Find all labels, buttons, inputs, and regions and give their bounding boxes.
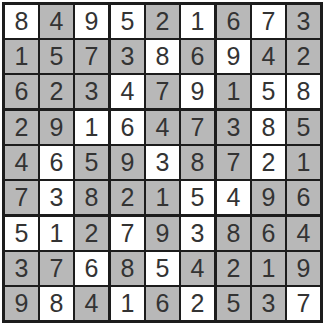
cell-r8c2[interactable]: 7 bbox=[40, 252, 75, 287]
cell-r2c1[interactable]: 1 bbox=[5, 40, 40, 75]
cell-r9c9[interactable]: 7 bbox=[287, 287, 320, 320]
cell-r5c3[interactable]: 5 bbox=[75, 146, 111, 181]
cell-r6c4[interactable]: 2 bbox=[111, 181, 146, 217]
cell-r7c7[interactable]: 8 bbox=[217, 217, 252, 252]
cell-r6c2[interactable]: 3 bbox=[40, 181, 75, 217]
cell-r7c5[interactable]: 9 bbox=[146, 217, 181, 252]
cell-r4c5[interactable]: 4 bbox=[146, 111, 181, 146]
cell-r8c6[interactable]: 4 bbox=[181, 252, 217, 287]
cell-r5c4[interactable]: 9 bbox=[111, 146, 146, 181]
cell-r9c1[interactable]: 9 bbox=[5, 287, 40, 320]
cell-r5c1[interactable]: 4 bbox=[5, 146, 40, 181]
cell-r3c6[interactable]: 9 bbox=[181, 75, 217, 111]
cell-r6c8[interactable]: 9 bbox=[252, 181, 287, 217]
cell-r6c6[interactable]: 5 bbox=[181, 181, 217, 217]
cell-r1c3[interactable]: 9 bbox=[75, 5, 111, 40]
cell-r1c5[interactable]: 2 bbox=[146, 5, 181, 40]
cell-r5c2[interactable]: 6 bbox=[40, 146, 75, 181]
cell-r3c5[interactable]: 7 bbox=[146, 75, 181, 111]
cell-r5c7[interactable]: 7 bbox=[217, 146, 252, 181]
cell-r9c8[interactable]: 3 bbox=[252, 287, 287, 320]
cell-r1c2[interactable]: 4 bbox=[40, 5, 75, 40]
cell-r7c2[interactable]: 1 bbox=[40, 217, 75, 252]
cell-r8c4[interactable]: 8 bbox=[111, 252, 146, 287]
cell-r2c8[interactable]: 4 bbox=[252, 40, 287, 75]
cell-r2c2[interactable]: 5 bbox=[40, 40, 75, 75]
cell-r9c7[interactable]: 5 bbox=[217, 287, 252, 320]
cell-r8c9[interactable]: 9 bbox=[287, 252, 320, 287]
cell-r3c2[interactable]: 2 bbox=[40, 75, 75, 111]
cell-r1c9[interactable]: 3 bbox=[287, 5, 320, 40]
cell-r8c8[interactable]: 1 bbox=[252, 252, 287, 287]
cell-r1c6[interactable]: 1 bbox=[181, 5, 217, 40]
cell-r7c1[interactable]: 5 bbox=[5, 217, 40, 252]
cell-r2c6[interactable]: 6 bbox=[181, 40, 217, 75]
cell-r3c3[interactable]: 3 bbox=[75, 75, 111, 111]
cell-r9c3[interactable]: 4 bbox=[75, 287, 111, 320]
cell-r5c6[interactable]: 8 bbox=[181, 146, 217, 181]
cell-r6c7[interactable]: 4 bbox=[217, 181, 252, 217]
cell-r7c4[interactable]: 7 bbox=[111, 217, 146, 252]
cell-r6c1[interactable]: 7 bbox=[5, 181, 40, 217]
cell-r5c9[interactable]: 1 bbox=[287, 146, 320, 181]
cell-r8c5[interactable]: 5 bbox=[146, 252, 181, 287]
cell-r8c7[interactable]: 2 bbox=[217, 252, 252, 287]
cell-r1c1[interactable]: 8 bbox=[5, 5, 40, 40]
cell-r3c1[interactable]: 6 bbox=[5, 75, 40, 111]
cell-r4c8[interactable]: 8 bbox=[252, 111, 287, 146]
cell-r4c6[interactable]: 7 bbox=[181, 111, 217, 146]
cell-r5c8[interactable]: 2 bbox=[252, 146, 287, 181]
cell-r9c4[interactable]: 1 bbox=[111, 287, 146, 320]
cell-r7c6[interactable]: 3 bbox=[181, 217, 217, 252]
cell-r1c8[interactable]: 7 bbox=[252, 5, 287, 40]
cell-r8c3[interactable]: 6 bbox=[75, 252, 111, 287]
cell-r2c5[interactable]: 8 bbox=[146, 40, 181, 75]
cell-r4c4[interactable]: 6 bbox=[111, 111, 146, 146]
cell-r2c3[interactable]: 7 bbox=[75, 40, 111, 75]
cell-r7c3[interactable]: 2 bbox=[75, 217, 111, 252]
cell-r2c4[interactable]: 3 bbox=[111, 40, 146, 75]
cell-r4c9[interactable]: 5 bbox=[287, 111, 320, 146]
cell-r1c4[interactable]: 5 bbox=[111, 5, 146, 40]
cell-r4c1[interactable]: 2 bbox=[5, 111, 40, 146]
cell-r3c7[interactable]: 1 bbox=[217, 75, 252, 111]
cell-r9c6[interactable]: 2 bbox=[181, 287, 217, 320]
sudoku-board: 8495216731573869426234791582916473854659… bbox=[2, 2, 323, 323]
cell-r4c2[interactable]: 9 bbox=[40, 111, 75, 146]
cell-r1c7[interactable]: 6 bbox=[217, 5, 252, 40]
cell-r5c5[interactable]: 3 bbox=[146, 146, 181, 181]
cell-r6c5[interactable]: 1 bbox=[146, 181, 181, 217]
cell-r3c9[interactable]: 8 bbox=[287, 75, 320, 111]
cell-r2c7[interactable]: 9 bbox=[217, 40, 252, 75]
cell-r6c3[interactable]: 8 bbox=[75, 181, 111, 217]
cell-r7c8[interactable]: 6 bbox=[252, 217, 287, 252]
cell-r9c5[interactable]: 6 bbox=[146, 287, 181, 320]
cell-r3c8[interactable]: 5 bbox=[252, 75, 287, 111]
cell-r4c7[interactable]: 3 bbox=[217, 111, 252, 146]
cell-r4c3[interactable]: 1 bbox=[75, 111, 111, 146]
cell-r6c9[interactable]: 6 bbox=[287, 181, 320, 217]
cell-r7c9[interactable]: 4 bbox=[287, 217, 320, 252]
cell-r2c9[interactable]: 2 bbox=[287, 40, 320, 75]
sudoku-diagram: 8495216731573869426234791582916473854659… bbox=[0, 0, 327, 329]
cell-r9c2[interactable]: 8 bbox=[40, 287, 75, 320]
cell-r8c1[interactable]: 3 bbox=[5, 252, 40, 287]
cell-r3c4[interactable]: 4 bbox=[111, 75, 146, 111]
